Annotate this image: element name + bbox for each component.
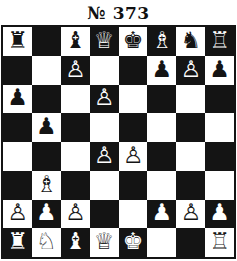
- square-c5: [61, 113, 90, 142]
- square-e7: [119, 56, 148, 85]
- square-c3: [61, 171, 90, 200]
- problem-number-title: № 373: [0, 0, 237, 25]
- square-h3: [205, 171, 234, 200]
- square-g1: [176, 228, 205, 257]
- square-c8: ♝: [61, 27, 90, 56]
- square-c6: [61, 85, 90, 114]
- square-d3: [90, 171, 119, 200]
- square-a2: ♙: [3, 200, 32, 229]
- square-c1: ♝: [61, 228, 90, 257]
- square-g2: ♙: [176, 200, 205, 229]
- square-b6: [32, 85, 61, 114]
- piece-black-pawn: ♟: [152, 58, 173, 81]
- piece-black-pawn: ♟: [7, 86, 28, 109]
- square-d1: ♕: [90, 228, 119, 257]
- square-f4: [147, 142, 176, 171]
- square-b3: ♗: [32, 171, 61, 200]
- piece-black-bishop: ♗: [152, 29, 173, 52]
- square-e2: [119, 200, 148, 229]
- piece-white-pawn: ♙: [180, 201, 201, 224]
- square-e3: [119, 171, 148, 200]
- piece-white-pawn: ♟: [152, 201, 173, 224]
- square-h8: ♖: [205, 27, 234, 56]
- square-f3: [147, 171, 176, 200]
- piece-black-rook: ♜: [7, 29, 28, 52]
- chess-board: ♜♝♕♚♗♞♖♙♟♙♟♟♙♟♙♙♗♙♟♙♟♙♟♜♘♝♕♚♖: [1, 25, 236, 259]
- square-a4: [3, 142, 32, 171]
- piece-black-pawn: ♙: [94, 144, 115, 167]
- square-g8: ♞: [176, 27, 205, 56]
- square-f8: ♗: [147, 27, 176, 56]
- square-g6: [176, 85, 205, 114]
- piece-black-pawn: ♟: [209, 58, 230, 81]
- square-a1: ♜: [3, 228, 32, 257]
- piece-white-bishop: ♗: [36, 173, 57, 196]
- square-e6: [119, 85, 148, 114]
- chess-problem-page: № 373 ♜♝♕♚♗♞♖♙♟♙♟♟♙♟♙♙♗♙♟♙♟♙♟♜♘♝♕♚♖: [0, 0, 237, 261]
- square-d2: [90, 200, 119, 229]
- square-e1: ♚: [119, 228, 148, 257]
- square-d7: [90, 56, 119, 85]
- piece-black-pawn: ♙: [94, 86, 115, 109]
- piece-black-queen: ♕: [94, 29, 115, 52]
- square-b8: [32, 27, 61, 56]
- piece-black-knight: ♞: [180, 29, 201, 52]
- square-b1: ♘: [32, 228, 61, 257]
- square-h6: [205, 85, 234, 114]
- square-d5: [90, 113, 119, 142]
- piece-white-rook: ♜: [7, 230, 28, 253]
- square-h7: ♟: [205, 56, 234, 85]
- piece-black-pawn: ♟: [36, 115, 57, 138]
- square-a6: ♟: [3, 85, 32, 114]
- piece-black-rook: ♖: [209, 29, 230, 52]
- square-e4: ♙: [119, 142, 148, 171]
- square-e5: [119, 113, 148, 142]
- square-f2: ♟: [147, 200, 176, 229]
- square-h2: ♟: [205, 200, 234, 229]
- square-b2: ♟: [32, 200, 61, 229]
- piece-white-pawn: ♙: [123, 144, 144, 167]
- piece-white-pawn: ♙: [7, 201, 28, 224]
- square-a5: [3, 113, 32, 142]
- piece-white-pawn: ♟: [36, 201, 57, 224]
- square-b5: ♟: [32, 113, 61, 142]
- square-f1: [147, 228, 176, 257]
- square-d6: ♙: [90, 85, 119, 114]
- square-c4: [61, 142, 90, 171]
- square-d8: ♕: [90, 27, 119, 56]
- square-f5: [147, 113, 176, 142]
- square-b7: [32, 56, 61, 85]
- square-h5: [205, 113, 234, 142]
- square-e8: ♚: [119, 27, 148, 56]
- piece-white-pawn: ♙: [65, 201, 86, 224]
- piece-white-pawn: ♟: [209, 201, 230, 224]
- square-h1: ♖: [205, 228, 234, 257]
- piece-black-pawn: ♙: [65, 58, 86, 81]
- piece-white-knight: ♘: [36, 230, 57, 253]
- square-a8: ♜: [3, 27, 32, 56]
- square-h4: [205, 142, 234, 171]
- square-f7: ♟: [147, 56, 176, 85]
- square-c7: ♙: [61, 56, 90, 85]
- square-a7: [3, 56, 32, 85]
- square-f6: [147, 85, 176, 114]
- piece-white-queen: ♕: [94, 230, 115, 253]
- square-g3: [176, 171, 205, 200]
- square-g5: [176, 113, 205, 142]
- square-d4: ♙: [90, 142, 119, 171]
- piece-white-king: ♚: [123, 230, 144, 253]
- square-g7: ♙: [176, 56, 205, 85]
- piece-white-rook: ♖: [209, 230, 230, 253]
- square-g4: [176, 142, 205, 171]
- square-a3: [3, 171, 32, 200]
- piece-black-pawn: ♙: [180, 58, 201, 81]
- piece-black-bishop: ♝: [65, 29, 86, 52]
- piece-black-king: ♚: [123, 29, 144, 52]
- square-b4: [32, 142, 61, 171]
- square-c2: ♙: [61, 200, 90, 229]
- piece-white-bishop: ♝: [65, 230, 86, 253]
